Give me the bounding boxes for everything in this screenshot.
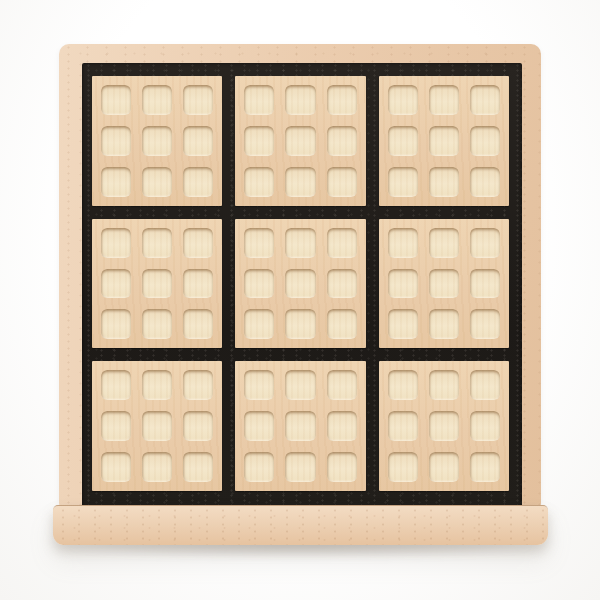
sudoku-cell-r5c4[interactable] — [244, 269, 274, 299]
sudoku-cell-r3c1[interactable] — [101, 167, 131, 197]
sudoku-cell-r6c7[interactable] — [388, 309, 418, 339]
product-photo-scene — [0, 0, 600, 600]
sudoku-block-2-2 — [379, 361, 509, 491]
sudoku-cell-r6c6[interactable] — [327, 309, 357, 339]
sudoku-cell-r6c8[interactable] — [429, 309, 459, 339]
sudoku-cell-r8c9[interactable] — [470, 411, 500, 441]
sudoku-cell-r1c2[interactable] — [142, 85, 172, 115]
sudoku-cell-r5c8[interactable] — [429, 269, 459, 299]
sudoku-cell-r3c9[interactable] — [470, 167, 500, 197]
sudoku-cell-r2c6[interactable] — [327, 126, 357, 156]
sudoku-cell-r4c2[interactable] — [142, 228, 172, 258]
sudoku-cell-r1c3[interactable] — [183, 85, 213, 115]
sudoku-cell-r9c9[interactable] — [470, 452, 500, 482]
sudoku-cell-r5c2[interactable] — [142, 269, 172, 299]
sudoku-block-1-1 — [235, 219, 365, 349]
sudoku-cell-r7c8[interactable] — [429, 370, 459, 400]
sudoku-cell-r2c7[interactable] — [388, 126, 418, 156]
sudoku-block-0-2 — [379, 76, 509, 206]
sudoku-cell-r3c4[interactable] — [244, 167, 274, 197]
sudoku-cell-r5c1[interactable] — [101, 269, 131, 299]
sudoku-cell-r9c6[interactable] — [327, 452, 357, 482]
sudoku-cell-r8c2[interactable] — [142, 411, 172, 441]
sudoku-cell-r1c9[interactable] — [470, 85, 500, 115]
sudoku-block-1-2 — [379, 219, 509, 349]
sudoku-cell-r3c8[interactable] — [429, 167, 459, 197]
sudoku-cell-r6c9[interactable] — [470, 309, 500, 339]
sudoku-cell-r5c9[interactable] — [470, 269, 500, 299]
sudoku-cell-r6c2[interactable] — [142, 309, 172, 339]
sudoku-cell-r1c6[interactable] — [327, 85, 357, 115]
sudoku-cell-r4c4[interactable] — [244, 228, 274, 258]
sudoku-cell-r7c6[interactable] — [327, 370, 357, 400]
sudoku-cell-r9c1[interactable] — [101, 452, 131, 482]
sudoku-cell-r4c5[interactable] — [285, 228, 315, 258]
sudoku-cell-r5c7[interactable] — [388, 269, 418, 299]
sudoku-cell-r4c6[interactable] — [327, 228, 357, 258]
sudoku-cell-r9c8[interactable] — [429, 452, 459, 482]
sudoku-cell-r2c2[interactable] — [142, 126, 172, 156]
sudoku-block-1-0 — [92, 219, 222, 349]
sudoku-cell-r3c5[interactable] — [285, 167, 315, 197]
sudoku-cell-r7c1[interactable] — [101, 370, 131, 400]
sudoku-cell-r8c7[interactable] — [388, 411, 418, 441]
sudoku-cell-r7c7[interactable] — [388, 370, 418, 400]
sudoku-cell-r6c1[interactable] — [101, 309, 131, 339]
sudoku-cell-r1c5[interactable] — [285, 85, 315, 115]
sudoku-cell-r1c1[interactable] — [101, 85, 131, 115]
sudoku-cell-r8c4[interactable] — [244, 411, 274, 441]
sudoku-cell-r9c3[interactable] — [183, 452, 213, 482]
sudoku-cell-r4c9[interactable] — [470, 228, 500, 258]
sudoku-cell-r8c8[interactable] — [429, 411, 459, 441]
sudoku-cell-r1c4[interactable] — [244, 85, 274, 115]
sudoku-cell-r3c3[interactable] — [183, 167, 213, 197]
sudoku-cell-r9c4[interactable] — [244, 452, 274, 482]
sudoku-cell-r9c5[interactable] — [285, 452, 315, 482]
sudoku-cell-r2c3[interactable] — [183, 126, 213, 156]
sudoku-cell-r7c3[interactable] — [183, 370, 213, 400]
sudoku-grid — [92, 76, 509, 491]
sudoku-cell-r4c3[interactable] — [183, 228, 213, 258]
sudoku-cell-r1c8[interactable] — [429, 85, 459, 115]
sudoku-cell-r8c1[interactable] — [101, 411, 131, 441]
sudoku-cell-r2c1[interactable] — [101, 126, 131, 156]
sudoku-cell-r8c5[interactable] — [285, 411, 315, 441]
sudoku-cell-r6c5[interactable] — [285, 309, 315, 339]
sudoku-cell-r7c2[interactable] — [142, 370, 172, 400]
sudoku-block-2-1 — [235, 361, 365, 491]
sudoku-cell-r5c3[interactable] — [183, 269, 213, 299]
sudoku-cell-r2c4[interactable] — [244, 126, 274, 156]
sudoku-cell-r4c8[interactable] — [429, 228, 459, 258]
sudoku-cell-r2c5[interactable] — [285, 126, 315, 156]
sudoku-cell-r3c2[interactable] — [142, 167, 172, 197]
sudoku-cell-r4c7[interactable] — [388, 228, 418, 258]
sudoku-cell-r3c6[interactable] — [327, 167, 357, 197]
board-black-inlay — [82, 63, 522, 507]
sudoku-cell-r9c7[interactable] — [388, 452, 418, 482]
sudoku-cell-r8c6[interactable] — [327, 411, 357, 441]
sudoku-cell-r7c9[interactable] — [470, 370, 500, 400]
sudoku-cell-r3c7[interactable] — [388, 167, 418, 197]
sudoku-cell-r4c1[interactable] — [101, 228, 131, 258]
sudoku-cell-r9c2[interactable] — [142, 452, 172, 482]
sudoku-cell-r5c6[interactable] — [327, 269, 357, 299]
sudoku-cell-r7c4[interactable] — [244, 370, 274, 400]
sudoku-cell-r6c4[interactable] — [244, 309, 274, 339]
sudoku-block-0-0 — [92, 76, 222, 206]
sudoku-board-frame — [59, 44, 541, 507]
sudoku-cell-r6c3[interactable] — [183, 309, 213, 339]
sudoku-cell-r2c9[interactable] — [470, 126, 500, 156]
sudoku-cell-r8c3[interactable] — [183, 411, 213, 441]
sudoku-cell-r7c5[interactable] — [285, 370, 315, 400]
sudoku-cell-r5c5[interactable] — [285, 269, 315, 299]
sudoku-cell-r1c7[interactable] — [388, 85, 418, 115]
board-bottom-ledge — [53, 505, 548, 545]
sudoku-cell-r2c8[interactable] — [429, 126, 459, 156]
sudoku-block-0-1 — [235, 76, 365, 206]
sudoku-block-2-0 — [92, 361, 222, 491]
